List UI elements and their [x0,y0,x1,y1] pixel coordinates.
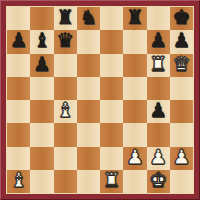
piece-white-king[interactable]: ♚ [149,169,167,192]
square-e3[interactable] [100,123,123,146]
square-b3[interactable] [30,123,53,146]
square-g2[interactable]: ♟ [147,147,170,170]
square-d2[interactable] [77,147,100,170]
square-e8[interactable] [100,7,123,30]
square-c2[interactable] [54,147,77,170]
square-g1[interactable]: ♚ [147,170,170,193]
piece-white-pawn[interactable]: ♟ [172,146,190,169]
piece-black-pawn[interactable]: ♟ [149,99,167,122]
square-c7[interactable]: ♛ [54,30,77,53]
square-c3[interactable] [54,123,77,146]
square-h7[interactable]: ♟ [170,30,193,53]
square-b1[interactable] [30,170,53,193]
square-d3[interactable] [77,123,100,146]
square-e5[interactable] [100,77,123,100]
square-e2[interactable] [100,147,123,170]
square-e6[interactable] [100,54,123,77]
square-b5[interactable] [30,77,53,100]
piece-black-pawn[interactable]: ♟ [33,53,51,76]
square-d4[interactable] [77,100,100,123]
square-f3[interactable] [123,123,146,146]
square-f4[interactable] [123,100,146,123]
piece-black-pawn[interactable]: ♟ [172,29,190,52]
piece-white-bishop[interactable]: ♝ [10,169,28,192]
square-g8[interactable] [147,7,170,30]
square-g5[interactable] [147,77,170,100]
square-d6[interactable] [77,54,100,77]
square-a6[interactable] [7,54,30,77]
piece-black-queen[interactable]: ♛ [56,29,74,52]
square-a2[interactable] [7,147,30,170]
square-c1[interactable] [54,170,77,193]
square-f2[interactable]: ♟ [123,147,146,170]
square-h6[interactable]: ♛ [170,54,193,77]
square-a3[interactable] [7,123,30,146]
square-b2[interactable] [30,147,53,170]
piece-white-rook[interactable]: ♜ [103,169,121,192]
square-a8[interactable] [7,7,30,30]
piece-white-queen[interactable]: ♛ [172,53,190,76]
square-a1[interactable]: ♝ [7,170,30,193]
square-f1[interactable] [123,170,146,193]
square-e7[interactable] [100,30,123,53]
square-c8[interactable]: ♜ [54,7,77,30]
square-g3[interactable] [147,123,170,146]
piece-white-rook[interactable]: ♜ [149,53,167,76]
chess-board: ♜♞♜♚♟♝♛♟♟♟♜♛♝♟♟♟♟♝♜♚ [7,7,193,193]
square-d5[interactable] [77,77,100,100]
square-c5[interactable] [54,77,77,100]
square-e1[interactable]: ♜ [100,170,123,193]
board-frame: ♜♞♜♚♟♝♛♟♟♟♜♛♝♟♟♟♟♝♜♚ [0,0,200,200]
piece-black-pawn[interactable]: ♟ [149,29,167,52]
square-h3[interactable] [170,123,193,146]
square-d7[interactable] [77,30,100,53]
square-g7[interactable]: ♟ [147,30,170,53]
square-h4[interactable] [170,100,193,123]
piece-black-pawn[interactable]: ♟ [10,29,28,52]
piece-black-king[interactable]: ♚ [172,6,190,29]
piece-white-pawn[interactable]: ♟ [126,146,144,169]
piece-white-bishop[interactable]: ♝ [56,99,74,122]
piece-white-pawn[interactable]: ♟ [149,146,167,169]
square-g4[interactable]: ♟ [147,100,170,123]
piece-black-rook[interactable]: ♜ [56,6,74,29]
piece-black-knight[interactable]: ♞ [79,6,97,29]
square-h2[interactable]: ♟ [170,147,193,170]
piece-black-bishop[interactable]: ♝ [33,29,51,52]
square-d8[interactable]: ♞ [77,7,100,30]
square-b6[interactable]: ♟ [30,54,53,77]
square-f5[interactable] [123,77,146,100]
square-e4[interactable] [100,100,123,123]
square-d1[interactable] [77,170,100,193]
square-b4[interactable] [30,100,53,123]
square-b7[interactable]: ♝ [30,30,53,53]
square-f6[interactable] [123,54,146,77]
square-a5[interactable] [7,77,30,100]
square-h8[interactable]: ♚ [170,7,193,30]
square-a7[interactable]: ♟ [7,30,30,53]
square-f8[interactable]: ♜ [123,7,146,30]
square-f7[interactable] [123,30,146,53]
square-g6[interactable]: ♜ [147,54,170,77]
square-h1[interactable] [170,170,193,193]
square-a4[interactable] [7,100,30,123]
piece-black-rook[interactable]: ♜ [126,6,144,29]
square-b8[interactable] [30,7,53,30]
square-c6[interactable] [54,54,77,77]
square-h5[interactable] [170,77,193,100]
square-c4[interactable]: ♝ [54,100,77,123]
